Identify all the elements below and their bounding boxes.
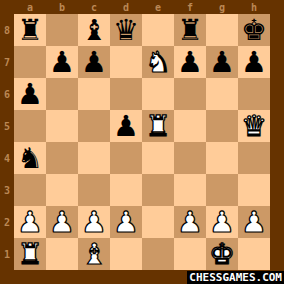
square-g1[interactable]: ♚ (206, 238, 238, 270)
square-e8[interactable] (142, 14, 174, 46)
square-e3[interactable] (142, 174, 174, 206)
square-d2[interactable]: ♟ (110, 206, 142, 238)
chess-board-frame: abcdefgh 87654321 ♜♝♛♜♚♟♟♞♟♟♟♟♟♜♛♞♟♟♟♟♟♟… (0, 0, 284, 284)
black-pawn-c7[interactable]: ♟ (78, 46, 110, 78)
square-d4[interactable] (110, 142, 142, 174)
rank-label-8: 8 (0, 14, 14, 46)
square-a2[interactable]: ♟ (14, 206, 46, 238)
square-a3[interactable] (14, 174, 46, 206)
square-a7[interactable] (14, 46, 46, 78)
black-pawn-g7[interactable]: ♟ (206, 46, 238, 78)
square-b4[interactable] (46, 142, 78, 174)
square-g4[interactable] (206, 142, 238, 174)
white-pawn-f2[interactable]: ♟ (174, 206, 206, 238)
square-c2[interactable]: ♟ (78, 206, 110, 238)
square-h3[interactable] (238, 174, 270, 206)
square-f1[interactable] (174, 238, 206, 270)
square-b5[interactable] (46, 110, 78, 142)
square-b1[interactable] (46, 238, 78, 270)
black-pawn-d5[interactable]: ♟ (110, 110, 142, 142)
square-h1[interactable] (238, 238, 270, 270)
square-e1[interactable] (142, 238, 174, 270)
square-g3[interactable] (206, 174, 238, 206)
square-h4[interactable] (238, 142, 270, 174)
file-labels: abcdefgh (14, 0, 270, 14)
square-d1[interactable] (110, 238, 142, 270)
black-knight-a4[interactable]: ♞ (14, 142, 46, 174)
square-g2[interactable]: ♟ (206, 206, 238, 238)
square-f5[interactable] (174, 110, 206, 142)
square-a5[interactable] (14, 110, 46, 142)
file-label-c: c (78, 0, 110, 14)
white-bishop-c1[interactable]: ♝ (78, 238, 110, 270)
square-b7[interactable]: ♟ (46, 46, 78, 78)
square-f4[interactable] (174, 142, 206, 174)
square-e2[interactable] (142, 206, 174, 238)
white-knight-e7[interactable]: ♞ (142, 46, 174, 78)
file-label-a: a (14, 0, 46, 14)
square-d8[interactable]: ♛ (110, 14, 142, 46)
rank-label-7: 7 (0, 46, 14, 78)
black-king-h8[interactable]: ♚ (238, 14, 270, 46)
square-e5[interactable]: ♜ (142, 110, 174, 142)
square-f8[interactable]: ♜ (174, 14, 206, 46)
square-d6[interactable] (110, 78, 142, 110)
square-c3[interactable] (78, 174, 110, 206)
black-pawn-a6[interactable]: ♟ (14, 78, 46, 110)
white-pawn-h2[interactable]: ♟ (238, 206, 270, 238)
square-h8[interactable]: ♚ (238, 14, 270, 46)
black-pawn-b7[interactable]: ♟ (46, 46, 78, 78)
square-e4[interactable] (142, 142, 174, 174)
square-a4[interactable]: ♞ (14, 142, 46, 174)
rank-label-4: 4 (0, 142, 14, 174)
square-b6[interactable] (46, 78, 78, 110)
rank-label-5: 5 (0, 110, 14, 142)
file-label-f: f (174, 0, 206, 14)
square-g6[interactable] (206, 78, 238, 110)
white-king-g1[interactable]: ♚ (206, 238, 238, 270)
black-queen-d8[interactable]: ♛ (110, 14, 142, 46)
black-rook-f8[interactable]: ♜ (174, 14, 206, 46)
square-e6[interactable] (142, 78, 174, 110)
square-g8[interactable] (206, 14, 238, 46)
black-bishop-c8[interactable]: ♝ (78, 14, 110, 46)
square-f6[interactable] (174, 78, 206, 110)
white-rook-a1[interactable]: ♜ (14, 238, 46, 270)
chessgames-watermark: CHESSGAMES.COM (187, 271, 284, 284)
square-h7[interactable]: ♟ (238, 46, 270, 78)
rank-labels: 87654321 (0, 14, 14, 270)
square-c4[interactable] (78, 142, 110, 174)
white-pawn-b2[interactable]: ♟ (46, 206, 78, 238)
black-pawn-h7[interactable]: ♟ (238, 46, 270, 78)
rank-label-1: 1 (0, 238, 14, 270)
rank-label-3: 3 (0, 174, 14, 206)
square-b8[interactable] (46, 14, 78, 46)
square-d3[interactable] (110, 174, 142, 206)
rank-label-2: 2 (0, 206, 14, 238)
square-d7[interactable] (110, 46, 142, 78)
file-label-d: d (110, 0, 142, 14)
square-b3[interactable] (46, 174, 78, 206)
square-d5[interactable]: ♟ (110, 110, 142, 142)
square-c6[interactable] (78, 78, 110, 110)
file-label-e: e (142, 0, 174, 14)
square-a1[interactable]: ♜ (14, 238, 46, 270)
white-pawn-d2[interactable]: ♟ (110, 206, 142, 238)
square-g5[interactable] (206, 110, 238, 142)
file-label-g: g (206, 0, 238, 14)
white-queen-h5[interactable]: ♛ (238, 110, 270, 142)
square-c7[interactable]: ♟ (78, 46, 110, 78)
square-h2[interactable]: ♟ (238, 206, 270, 238)
file-label-b: b (46, 0, 78, 14)
square-c5[interactable] (78, 110, 110, 142)
square-f7[interactable]: ♟ (174, 46, 206, 78)
square-b2[interactable]: ♟ (46, 206, 78, 238)
square-h6[interactable] (238, 78, 270, 110)
square-h5[interactable]: ♛ (238, 110, 270, 142)
square-g7[interactable]: ♟ (206, 46, 238, 78)
white-pawn-a2[interactable]: ♟ (14, 206, 46, 238)
square-c8[interactable]: ♝ (78, 14, 110, 46)
black-pawn-f7[interactable]: ♟ (174, 46, 206, 78)
black-rook-a8[interactable]: ♜ (14, 14, 46, 46)
square-f3[interactable] (174, 174, 206, 206)
rank-label-6: 6 (0, 78, 14, 110)
chess-board: ♜♝♛♜♚♟♟♞♟♟♟♟♟♜♛♞♟♟♟♟♟♟♟♜♝♚ (14, 14, 270, 270)
white-pawn-g2[interactable]: ♟ (206, 206, 238, 238)
square-e7[interactable]: ♞ (142, 46, 174, 78)
file-label-h: h (238, 0, 270, 14)
square-a6[interactable]: ♟ (14, 78, 46, 110)
white-pawn-c2[interactable]: ♟ (78, 206, 110, 238)
square-f2[interactable]: ♟ (174, 206, 206, 238)
white-rook-e5[interactable]: ♜ (142, 110, 174, 142)
square-a8[interactable]: ♜ (14, 14, 46, 46)
square-c1[interactable]: ♝ (78, 238, 110, 270)
